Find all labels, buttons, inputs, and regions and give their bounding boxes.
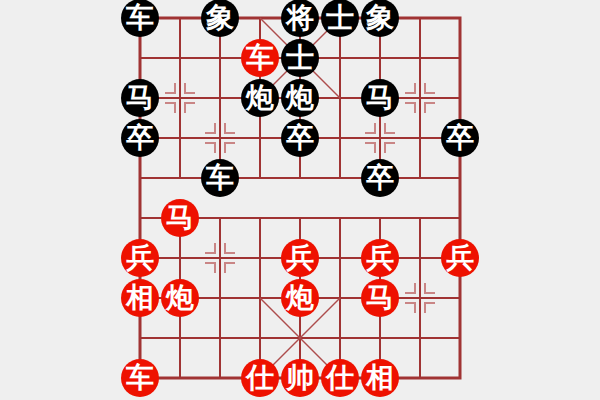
piece-black-soldier[interactable]: 卒 <box>281 119 319 157</box>
piece-red-king[interactable]: 帅 <box>281 359 319 397</box>
piece-black-horse[interactable]: 马 <box>121 79 159 117</box>
piece-black-chariot[interactable]: 车 <box>201 159 239 197</box>
piece-red-horse[interactable]: 马 <box>361 279 399 317</box>
xiangqi-board[interactable]: 车象将士象车士马炮炮马卒卒卒车卒马兵兵兵兵相炮炮马车仕帅仕相 <box>120 0 480 398</box>
piece-black-elephant[interactable]: 象 <box>361 0 399 37</box>
piece-black-cannon[interactable]: 炮 <box>241 79 279 117</box>
piece-black-soldier[interactable]: 卒 <box>441 119 479 157</box>
piece-black-horse[interactable]: 马 <box>361 79 399 117</box>
piece-red-soldier[interactable]: 兵 <box>441 239 479 277</box>
piece-red-elephant[interactable]: 相 <box>121 279 159 317</box>
piece-black-soldier[interactable]: 卒 <box>361 159 399 197</box>
piece-red-chariot[interactable]: 车 <box>121 359 159 397</box>
piece-black-cannon[interactable]: 炮 <box>281 79 319 117</box>
piece-red-elephant[interactable]: 相 <box>361 359 399 397</box>
piece-black-elephant[interactable]: 象 <box>201 0 239 37</box>
xiangqi-screen: 车象将士象车士马炮炮马卒卒卒车卒马兵兵兵兵相炮炮马车仕帅仕相 <box>0 0 600 400</box>
piece-red-cannon[interactable]: 炮 <box>161 279 199 317</box>
piece-red-soldier[interactable]: 兵 <box>121 239 159 277</box>
piece-black-soldier[interactable]: 卒 <box>121 119 159 157</box>
piece-red-soldier[interactable]: 兵 <box>361 239 399 277</box>
piece-black-advisor[interactable]: 士 <box>281 39 319 77</box>
piece-black-general[interactable]: 将 <box>281 0 319 37</box>
piece-red-advisor[interactable]: 仕 <box>321 359 359 397</box>
piece-red-advisor[interactable]: 仕 <box>241 359 279 397</box>
piece-black-advisor[interactable]: 士 <box>321 0 359 37</box>
piece-black-chariot[interactable]: 车 <box>121 0 159 37</box>
piece-red-chariot[interactable]: 车 <box>241 39 279 77</box>
piece-red-cannon[interactable]: 炮 <box>281 279 319 317</box>
piece-red-horse[interactable]: 马 <box>161 199 199 237</box>
piece-red-soldier[interactable]: 兵 <box>281 239 319 277</box>
